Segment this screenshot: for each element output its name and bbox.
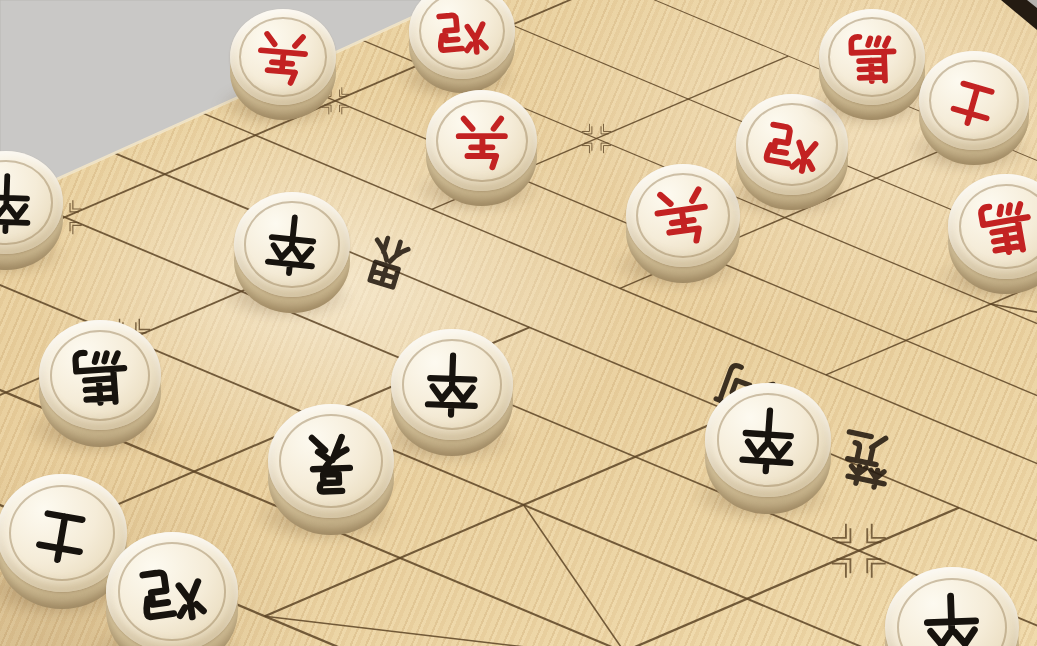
red-bing-character — [647, 183, 718, 247]
black-zu-character — [729, 405, 807, 475]
piece-red-cannon[interactable] — [409, 0, 515, 93]
piece-black-soldier[interactable] — [885, 567, 1019, 646]
piece-face — [885, 567, 1019, 646]
black-zu-character — [256, 212, 328, 277]
piece-black-soldier[interactable] — [391, 329, 514, 457]
piece-black-soldier[interactable] — [705, 383, 830, 513]
black-pao-character — [131, 554, 213, 628]
black-shi-character — [22, 496, 103, 569]
piece-red-soldier[interactable] — [426, 90, 537, 205]
piece-face — [705, 383, 830, 496]
black-zu-character — [910, 590, 993, 646]
red-ma-character — [839, 27, 905, 87]
xiangqi-photo-scene — [0, 0, 1037, 646]
red-bing-character — [250, 27, 316, 87]
black-zu-character — [0, 171, 41, 235]
black-zu-character — [414, 350, 490, 419]
red-bing-character — [448, 110, 517, 172]
piece-black-cannon[interactable] — [106, 532, 239, 646]
piece-black-soldier[interactable] — [0, 151, 63, 270]
piece-face — [234, 192, 350, 297]
red-pao-character — [429, 1, 495, 60]
piece-black-soldier[interactable] — [234, 192, 350, 313]
piece-red-horse[interactable] — [819, 9, 926, 120]
piece-face — [39, 320, 161, 431]
black-ma-character — [62, 341, 138, 410]
piece-face — [426, 90, 537, 190]
piece-face — [230, 9, 337, 106]
piece-black-horse[interactable] — [39, 320, 161, 447]
piece-red-soldier[interactable] — [626, 164, 741, 283]
piece-face — [268, 404, 394, 518]
dark-table-corner — [1001, 0, 1037, 30]
piece-red-soldier[interactable] — [230, 9, 337, 120]
piece-face — [626, 164, 741, 268]
piece-face — [391, 329, 514, 440]
red-ma-character — [970, 194, 1037, 259]
piece-black-elephant[interactable] — [268, 404, 394, 535]
piece-face — [819, 9, 926, 106]
piece-face — [919, 51, 1028, 150]
piece-red-horse[interactable] — [948, 174, 1037, 294]
black-xiang-character — [292, 426, 370, 497]
piece-face — [106, 532, 239, 646]
red-pao-character — [758, 114, 827, 176]
red-shi-character — [940, 70, 1008, 131]
piece-red-advisor[interactable] — [919, 51, 1028, 164]
